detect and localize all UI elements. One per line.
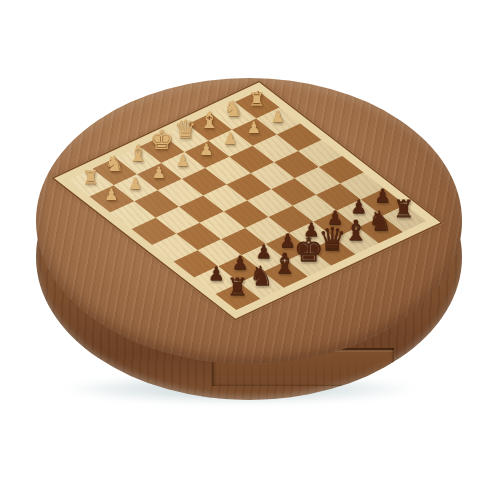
product-photo-scene: ♜♞♝♛♚♝♞♜♟♟♟♟♟♟♟♟♟♟♟♟♟♟♟♟♜♞♝♛♚♝♞♜ xyxy=(0,0,480,480)
